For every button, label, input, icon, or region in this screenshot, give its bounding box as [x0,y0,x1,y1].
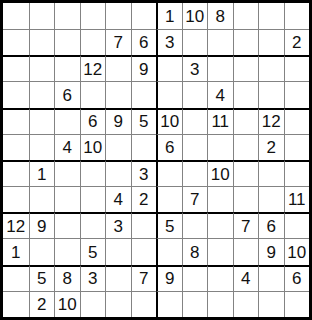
cell-r2c10[interactable] [233,29,259,55]
cell-r6c5[interactable] [105,134,131,160]
cell-r8c4[interactable] [80,186,106,212]
cell-r10c4[interactable]: 5 [80,238,106,264]
cell-r6c12[interactable] [284,134,310,160]
cell-r3c10[interactable] [233,55,259,81]
cell-r8c11[interactable] [258,186,284,212]
cell-r11c12[interactable]: 6 [284,265,310,291]
cell-r11c11[interactable] [258,265,284,291]
cell-r1c6[interactable] [131,3,157,29]
cell-r4c12[interactable] [284,81,310,107]
cell-r3c8[interactable]: 3 [182,55,208,81]
cell-r12c7[interactable] [156,291,182,317]
cell-r3c9[interactable] [207,55,233,81]
cell-r9c7[interactable]: 5 [156,212,182,238]
cell-r12c1[interactable] [3,291,29,317]
cell-r8c10[interactable] [233,186,259,212]
cell-r8c8[interactable]: 7 [182,186,208,212]
cell-r10c12[interactable]: 10 [284,238,310,264]
cell-r8c2[interactable] [29,186,55,212]
cell-r7c9[interactable]: 10 [207,160,233,186]
cell-r8c12[interactable]: 11 [284,186,310,212]
cell-r12c2[interactable]: 2 [29,291,55,317]
cell-r2c1[interactable] [3,29,29,55]
cell-r6c8[interactable] [182,134,208,160]
cell-r4c8[interactable] [182,81,208,107]
cell-r2c11[interactable] [258,29,284,55]
cell-r1c9[interactable]: 8 [207,3,233,29]
cell-r4c2[interactable] [29,81,55,107]
cell-r6c10[interactable] [233,134,259,160]
cell-r6c7[interactable]: 6 [156,134,182,160]
cell-r3c3[interactable] [54,55,80,81]
cell-r8c7[interactable] [156,186,182,212]
cell-r3c4[interactable]: 12 [80,55,106,81]
cell-r8c1[interactable] [3,186,29,212]
cell-r4c4[interactable] [80,81,106,107]
cell-r7c12[interactable] [284,160,310,186]
cell-r4c1[interactable] [3,81,29,107]
cell-r11c5[interactable] [105,265,131,291]
cell-r1c12[interactable] [284,3,310,29]
cell-r3c2[interactable] [29,55,55,81]
cell-r1c5[interactable] [105,3,131,29]
cell-r10c10[interactable] [233,238,259,264]
cell-r5c11[interactable]: 12 [258,108,284,134]
cell-r7c5[interactable] [105,160,131,186]
cell-r10c3[interactable] [54,238,80,264]
cell-r7c3[interactable] [54,160,80,186]
cell-r9c1[interactable]: 12 [3,212,29,238]
cell-r12c12[interactable] [284,291,310,317]
cell-r7c11[interactable] [258,160,284,186]
cell-r4c3[interactable]: 6 [54,81,80,107]
cell-r5c1[interactable] [3,108,29,134]
cell-r11c10[interactable]: 4 [233,265,259,291]
cell-r4c5[interactable] [105,81,131,107]
cell-r2c3[interactable] [54,29,80,55]
cell-r12c6[interactable] [131,291,157,317]
cell-r3c12[interactable] [284,55,310,81]
cell-r12c4[interactable] [80,291,106,317]
cell-r9c8[interactable] [182,212,208,238]
cell-r10c11[interactable]: 9 [258,238,284,264]
cell-r5c8[interactable] [182,108,208,134]
cell-r9c11[interactable]: 6 [258,212,284,238]
cell-r1c11[interactable] [258,3,284,29]
cell-r10c5[interactable] [105,238,131,264]
cell-r2c5[interactable]: 7 [105,29,131,55]
cell-r5c6[interactable]: 5 [131,108,157,134]
cell-r8c9[interactable] [207,186,233,212]
cell-r2c8[interactable] [182,29,208,55]
cell-r3c5[interactable] [105,55,131,81]
cell-r1c4[interactable] [80,3,106,29]
cell-r8c5[interactable]: 4 [105,186,131,212]
cell-r6c2[interactable] [29,134,55,160]
cell-r5c4[interactable]: 6 [80,108,106,134]
cell-r12c3[interactable]: 10 [54,291,80,317]
sudoku-page: 1108763212936469510111241062131042711129… [0,0,312,320]
cell-r10c9[interactable] [207,238,233,264]
cell-r6c6[interactable] [131,134,157,160]
cell-r1c2[interactable] [29,3,55,29]
cell-r9c5[interactable]: 3 [105,212,131,238]
cell-r5c12[interactable] [284,108,310,134]
cell-r4c9[interactable]: 4 [207,81,233,107]
cell-r11c4[interactable]: 3 [80,265,106,291]
cell-r1c8[interactable]: 10 [182,3,208,29]
cell-r12c9[interactable] [207,291,233,317]
cell-r11c3[interactable]: 8 [54,265,80,291]
cell-r11c6[interactable]: 7 [131,265,157,291]
cell-r12c10[interactable] [233,291,259,317]
cell-r5c9[interactable]: 11 [207,108,233,134]
cell-r3c7[interactable] [156,55,182,81]
cell-r9c4[interactable] [80,212,106,238]
cell-r4c11[interactable] [258,81,284,107]
cell-r1c10[interactable] [233,3,259,29]
cell-r2c2[interactable] [29,29,55,55]
cell-r2c7[interactable]: 3 [156,29,182,55]
cell-r7c6[interactable]: 3 [131,160,157,186]
cell-r7c7[interactable] [156,160,182,186]
cell-r2c12[interactable]: 2 [284,29,310,55]
cell-r2c4[interactable] [80,29,106,55]
cell-r9c9[interactable] [207,212,233,238]
cell-r6c9[interactable] [207,134,233,160]
cell-r11c2[interactable]: 5 [29,265,55,291]
cell-r7c2[interactable]: 1 [29,160,55,186]
cell-r2c6[interactable]: 6 [131,29,157,55]
cell-r3c1[interactable] [3,55,29,81]
cell-r9c6[interactable] [131,212,157,238]
cell-r1c1[interactable] [3,3,29,29]
cell-r7c10[interactable] [233,160,259,186]
cell-r6c3[interactable]: 4 [54,134,80,160]
cell-r4c7[interactable] [156,81,182,107]
cell-r12c5[interactable] [105,291,131,317]
cell-r5c3[interactable] [54,108,80,134]
sudoku-board: 1108763212936469510111241062131042711129… [0,0,312,320]
cell-r5c2[interactable] [29,108,55,134]
cell-r9c10[interactable]: 7 [233,212,259,238]
cell-r1c7[interactable]: 1 [156,3,182,29]
cell-r3c6[interactable]: 9 [131,55,157,81]
cell-r4c6[interactable] [131,81,157,107]
cell-r6c1[interactable] [3,134,29,160]
cell-r11c8[interactable] [182,265,208,291]
cell-r4c10[interactable] [233,81,259,107]
cell-r9c3[interactable] [54,212,80,238]
cell-r12c8[interactable] [182,291,208,317]
cell-r1c3[interactable] [54,3,80,29]
cell-r3c11[interactable] [258,55,284,81]
cell-r7c1[interactable] [3,160,29,186]
cell-r7c4[interactable] [80,160,106,186]
cell-r10c6[interactable] [131,238,157,264]
cell-r6c4[interactable]: 10 [80,134,106,160]
cell-r8c6[interactable]: 2 [131,186,157,212]
cell-r5c7[interactable]: 10 [156,108,182,134]
cell-r11c9[interactable] [207,265,233,291]
cell-r10c8[interactable]: 8 [182,238,208,264]
cell-r9c2[interactable]: 9 [29,212,55,238]
cell-r10c2[interactable] [29,238,55,264]
cell-r5c5[interactable]: 9 [105,108,131,134]
cell-r2c9[interactable] [207,29,233,55]
cell-r12c11[interactable] [258,291,284,317]
cell-r8c3[interactable] [54,186,80,212]
cell-r5c10[interactable] [233,108,259,134]
cell-r10c1[interactable]: 1 [3,238,29,264]
cell-r6c11[interactable]: 2 [258,134,284,160]
cell-r10c7[interactable] [156,238,182,264]
cell-r11c1[interactable] [3,265,29,291]
cell-r9c12[interactable] [284,212,310,238]
cell-r7c8[interactable] [182,160,208,186]
cell-r11c7[interactable]: 9 [156,265,182,291]
